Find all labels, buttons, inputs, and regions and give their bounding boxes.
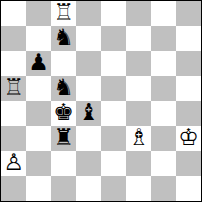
- square-c6[interactable]: [51, 51, 76, 76]
- square-f7[interactable]: [126, 26, 151, 51]
- square-g4[interactable]: [151, 101, 176, 126]
- square-a4[interactable]: [1, 101, 26, 126]
- white-pawn-piece: ♙: [3, 151, 24, 175]
- square-d6[interactable]: [76, 51, 101, 76]
- square-a8[interactable]: [1, 1, 26, 26]
- square-a1[interactable]: [1, 176, 26, 201]
- square-g5[interactable]: [151, 76, 176, 101]
- white-bishop-piece: ♗: [128, 126, 149, 150]
- square-d4[interactable]: ♝: [76, 101, 101, 126]
- square-e7[interactable]: [101, 26, 126, 51]
- black-knight-piece: ♞: [53, 26, 74, 50]
- square-d2[interactable]: [76, 151, 101, 176]
- square-h8[interactable]: [176, 1, 201, 26]
- square-b6[interactable]: ♟: [26, 51, 51, 76]
- white-king-piece: ♔: [178, 126, 199, 150]
- chess-board: ♖♞♟♖♞♚♝♜♗♔♙: [1, 1, 201, 201]
- square-b7[interactable]: [26, 26, 51, 51]
- square-g3[interactable]: [151, 126, 176, 151]
- square-c4[interactable]: ♚: [51, 101, 76, 126]
- square-g1[interactable]: [151, 176, 176, 201]
- square-a5[interactable]: ♖: [1, 76, 26, 101]
- square-e6[interactable]: [101, 51, 126, 76]
- square-e8[interactable]: [101, 1, 126, 26]
- square-c3[interactable]: ♜: [51, 126, 76, 151]
- square-h6[interactable]: [176, 51, 201, 76]
- square-g7[interactable]: [151, 26, 176, 51]
- square-b1[interactable]: [26, 176, 51, 201]
- black-bishop-piece: ♝: [78, 101, 99, 125]
- black-pawn-piece: ♟: [28, 51, 49, 75]
- square-d1[interactable]: [76, 176, 101, 201]
- square-c5[interactable]: ♞: [51, 76, 76, 101]
- black-knight-piece: ♞: [53, 76, 74, 100]
- square-b4[interactable]: [26, 101, 51, 126]
- square-b5[interactable]: [26, 76, 51, 101]
- square-d3[interactable]: [76, 126, 101, 151]
- square-d7[interactable]: [76, 26, 101, 51]
- square-h5[interactable]: [176, 76, 201, 101]
- square-c2[interactable]: [51, 151, 76, 176]
- black-rook-piece: ♜: [53, 126, 74, 150]
- square-f4[interactable]: [126, 101, 151, 126]
- square-h7[interactable]: [176, 26, 201, 51]
- square-e4[interactable]: [101, 101, 126, 126]
- square-h4[interactable]: [176, 101, 201, 126]
- square-g6[interactable]: [151, 51, 176, 76]
- square-f1[interactable]: [126, 176, 151, 201]
- square-b2[interactable]: [26, 151, 51, 176]
- white-rook-piece: ♖: [53, 1, 74, 25]
- square-d8[interactable]: [76, 1, 101, 26]
- square-f8[interactable]: [126, 1, 151, 26]
- square-c1[interactable]: [51, 176, 76, 201]
- square-a2[interactable]: ♙: [1, 151, 26, 176]
- square-e3[interactable]: [101, 126, 126, 151]
- square-a6[interactable]: [1, 51, 26, 76]
- square-f6[interactable]: [126, 51, 151, 76]
- square-d5[interactable]: [76, 76, 101, 101]
- square-e2[interactable]: [101, 151, 126, 176]
- square-e5[interactable]: [101, 76, 126, 101]
- square-b3[interactable]: [26, 126, 51, 151]
- square-g2[interactable]: [151, 151, 176, 176]
- square-a3[interactable]: [1, 126, 26, 151]
- square-h3[interactable]: ♔: [176, 126, 201, 151]
- square-c8[interactable]: ♖: [51, 1, 76, 26]
- square-h1[interactable]: [176, 176, 201, 201]
- chess-diagram: ♖♞♟♖♞♚♝♜♗♔♙: [0, 0, 202, 202]
- square-f5[interactable]: [126, 76, 151, 101]
- square-f3[interactable]: ♗: [126, 126, 151, 151]
- square-e1[interactable]: [101, 176, 126, 201]
- square-c7[interactable]: ♞: [51, 26, 76, 51]
- black-king-piece: ♚: [53, 101, 74, 125]
- square-b8[interactable]: [26, 1, 51, 26]
- square-g8[interactable]: [151, 1, 176, 26]
- white-rook-piece: ♖: [3, 76, 24, 100]
- square-a7[interactable]: [1, 26, 26, 51]
- square-f2[interactable]: [126, 151, 151, 176]
- square-h2[interactable]: [176, 151, 201, 176]
